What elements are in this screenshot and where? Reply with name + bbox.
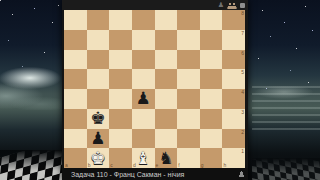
square-f2[interactable]	[177, 129, 200, 149]
rank-label: 7	[241, 30, 244, 36]
square-f7[interactable]	[177, 30, 200, 50]
puzzle-title: Задача 110 - Франц Сакман - нічия	[71, 171, 239, 178]
piece-black-pawn[interactable]: ♟	[132, 89, 155, 109]
square-c5[interactable]	[109, 69, 132, 89]
square-f5[interactable]	[177, 69, 200, 89]
square-h4[interactable]: 4	[222, 89, 245, 109]
square-h5[interactable]: 5	[222, 69, 245, 89]
rank-label: 4	[241, 89, 244, 95]
rank-label: 8	[241, 10, 244, 16]
square-d2[interactable]	[132, 129, 155, 149]
square-f4[interactable]	[177, 89, 200, 109]
piece-black-knight[interactable]: ♞	[155, 148, 178, 168]
piece-black-pawn[interactable]: ♟	[87, 129, 110, 149]
square-d5[interactable]	[132, 69, 155, 89]
square-a2[interactable]	[64, 129, 87, 149]
square-g1[interactable]: g	[200, 148, 223, 168]
square-g8[interactable]	[200, 10, 223, 30]
square-a8[interactable]	[64, 10, 87, 30]
square-b3[interactable]: ♚	[87, 109, 110, 129]
rank-label: 1	[241, 148, 244, 154]
square-h7[interactable]: 7	[222, 30, 245, 50]
shadow-fade	[0, 150, 62, 180]
square-d7[interactable]	[132, 30, 155, 50]
square-a3[interactable]	[64, 109, 87, 129]
checkered-pier-right	[252, 158, 320, 180]
chess-board[interactable]: 8765♟4♚3♟2ab♚cd♝e♞fg1h	[64, 10, 245, 168]
square-h8[interactable]: 8	[222, 10, 245, 30]
square-b6[interactable]	[87, 50, 110, 70]
square-b4[interactable]	[87, 89, 110, 109]
rank-label: 2	[241, 129, 244, 135]
shadow-fade	[252, 158, 320, 180]
square-f1[interactable]: f	[177, 148, 200, 168]
square-b5[interactable]	[87, 69, 110, 89]
square-g2[interactable]	[200, 129, 223, 149]
square-g6[interactable]	[200, 50, 223, 70]
square-e7[interactable]	[155, 30, 178, 50]
square-c3[interactable]	[109, 109, 132, 129]
square-b8[interactable]	[87, 10, 110, 30]
status-bar: Задача 110 - Франц Сакман - нічия	[62, 168, 248, 180]
square-c4[interactable]	[109, 89, 132, 109]
square-d3[interactable]	[132, 109, 155, 129]
square-e8[interactable]	[155, 10, 178, 30]
square-a1[interactable]: a	[64, 148, 87, 168]
piece-white-bishop[interactable]: ♝	[132, 148, 155, 168]
square-d1[interactable]: d♝	[132, 148, 155, 168]
square-c7[interactable]	[109, 30, 132, 50]
screenshot-root: ♟ 8765♟4♚3♟2ab♚cd♝e♞fg1h Задача 110 - Фр…	[0, 0, 320, 180]
players-icon[interactable]	[227, 2, 237, 9]
sea-streaks	[252, 86, 320, 132]
pawn-icon[interactable]: ♟	[218, 2, 224, 9]
square-f8[interactable]	[177, 10, 200, 30]
square-h6[interactable]: 6	[222, 50, 245, 70]
wave-foam	[0, 60, 62, 110]
rank-label: 3	[241, 109, 244, 115]
square-e5[interactable]	[155, 69, 178, 89]
square-a6[interactable]	[64, 50, 87, 70]
square-a7[interactable]	[64, 30, 87, 50]
square-a4[interactable]	[64, 89, 87, 109]
checkered-pier-left	[0, 150, 62, 180]
square-d4[interactable]: ♟	[132, 89, 155, 109]
square-g7[interactable]	[200, 30, 223, 50]
square-g3[interactable]	[200, 109, 223, 129]
square-c2[interactable]	[109, 129, 132, 149]
square-e2[interactable]	[155, 129, 178, 149]
square-a5[interactable]	[64, 69, 87, 89]
square-f6[interactable]	[177, 50, 200, 70]
person-icon[interactable]	[239, 171, 244, 177]
square-g5[interactable]	[200, 69, 223, 89]
square-h2[interactable]: 2	[222, 129, 245, 149]
square-c1[interactable]: c	[109, 148, 132, 168]
square-f3[interactable]	[177, 109, 200, 129]
square-d8[interactable]	[132, 10, 155, 30]
square-d6[interactable]	[132, 50, 155, 70]
square-e1[interactable]: e♞	[155, 148, 178, 168]
rank-label: 5	[241, 69, 244, 75]
menu-icon[interactable]	[240, 3, 245, 8]
chess-app-window: ♟ 8765♟4♚3♟2ab♚cd♝e♞fg1h Задача 110 - Фр…	[62, 0, 248, 180]
piece-black-king[interactable]: ♚	[87, 109, 110, 129]
square-h3[interactable]: 3	[222, 109, 245, 129]
square-c6[interactable]	[109, 50, 132, 70]
square-e6[interactable]	[155, 50, 178, 70]
square-c8[interactable]	[109, 10, 132, 30]
stars-background	[0, 0, 1, 1]
square-h1[interactable]: 1h	[222, 148, 245, 168]
square-g4[interactable]	[200, 89, 223, 109]
square-b7[interactable]	[87, 30, 110, 50]
top-toolbar: ♟	[62, 0, 248, 10]
rank-label: 6	[241, 50, 244, 56]
square-b1[interactable]: b♚	[87, 148, 110, 168]
piece-white-king[interactable]: ♚	[87, 148, 110, 168]
square-e4[interactable]	[155, 89, 178, 109]
square-e3[interactable]	[155, 109, 178, 129]
square-b2[interactable]: ♟	[87, 129, 110, 149]
